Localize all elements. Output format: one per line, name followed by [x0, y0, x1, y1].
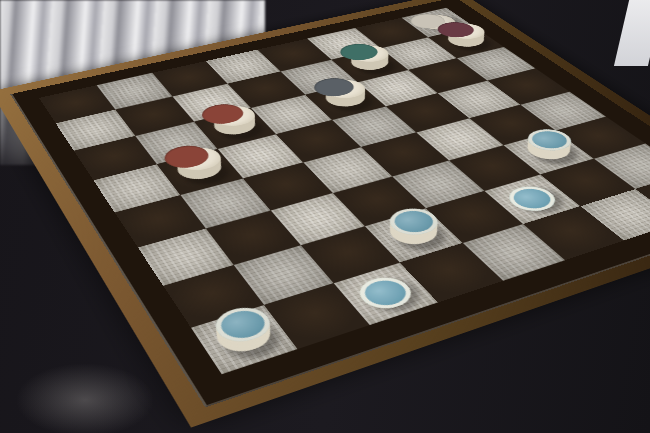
piece-top-face: [351, 273, 420, 314]
teal-checker-piece[interactable]: [381, 217, 445, 253]
bright-wall-strip: [614, 0, 650, 66]
floor-highlight: [10, 360, 160, 433]
teal-checker-piece[interactable]: [501, 183, 564, 216]
checkers-board[interactable]: [39, 8, 650, 374]
cream-checker-piece[interactable]: [319, 88, 372, 113]
teal-checker-piece[interactable]: [209, 316, 279, 361]
teal-checker-piece[interactable]: [351, 273, 420, 314]
square-r5c6[interactable]: [416, 118, 503, 160]
photo-stage: checkers: [0, 0, 650, 433]
square-r8c2[interactable]: [264, 283, 370, 349]
cream-checker-piece[interactable]: [441, 32, 491, 53]
piece-top-face: [501, 183, 564, 216]
cream-checker-piece[interactable]: [345, 54, 395, 76]
cream-checker-piece[interactable]: [172, 156, 229, 186]
cream-checker-piece[interactable]: [208, 115, 262, 142]
teal-checker-piece[interactable]: [519, 138, 578, 167]
